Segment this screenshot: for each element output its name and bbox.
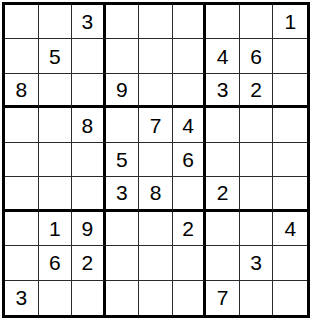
cell-r5c4[interactable]: 5 bbox=[106, 143, 140, 177]
cell-r4c8[interactable] bbox=[240, 108, 274, 142]
cell-r7c1[interactable] bbox=[5, 212, 39, 246]
cell-r2c9[interactable] bbox=[273, 39, 307, 73]
cell-r7c9[interactable]: 4 bbox=[273, 212, 307, 246]
cell-r4c3[interactable]: 8 bbox=[72, 108, 106, 142]
cell-r8c3[interactable]: 2 bbox=[72, 246, 106, 280]
sudoku-grid: 31546893287456382192462337 bbox=[5, 5, 307, 315]
cell-r2c5[interactable] bbox=[139, 39, 173, 73]
cell-r7c7[interactable] bbox=[206, 212, 240, 246]
cell-r7c5[interactable] bbox=[139, 212, 173, 246]
cell-r8c6[interactable] bbox=[173, 246, 207, 280]
cell-r5c5[interactable] bbox=[139, 143, 173, 177]
cell-r9c9[interactable] bbox=[273, 281, 307, 315]
cell-r4c6[interactable]: 4 bbox=[173, 108, 207, 142]
cell-r7c8[interactable] bbox=[240, 212, 274, 246]
cell-r8c7[interactable] bbox=[206, 246, 240, 280]
cell-r9c7[interactable]: 7 bbox=[206, 281, 240, 315]
cell-r1c1[interactable] bbox=[5, 5, 39, 39]
cell-r3c1[interactable]: 8 bbox=[5, 74, 39, 108]
cell-r7c4[interactable] bbox=[106, 212, 140, 246]
cell-r3c8[interactable]: 2 bbox=[240, 74, 274, 108]
cell-r5c8[interactable] bbox=[240, 143, 274, 177]
cell-r2c6[interactable] bbox=[173, 39, 207, 73]
cell-r2c1[interactable] bbox=[5, 39, 39, 73]
cell-r1c3[interactable]: 3 bbox=[72, 5, 106, 39]
cell-r7c2[interactable]: 1 bbox=[39, 212, 73, 246]
cell-r9c3[interactable] bbox=[72, 281, 106, 315]
cell-r3c3[interactable] bbox=[72, 74, 106, 108]
cell-r2c2[interactable]: 5 bbox=[39, 39, 73, 73]
cell-r1c5[interactable] bbox=[139, 5, 173, 39]
cell-r8c9[interactable] bbox=[273, 246, 307, 280]
cell-r6c2[interactable] bbox=[39, 177, 73, 211]
cell-r7c3[interactable]: 9 bbox=[72, 212, 106, 246]
cell-r6c9[interactable] bbox=[273, 177, 307, 211]
cell-r4c2[interactable] bbox=[39, 108, 73, 142]
cell-r8c4[interactable] bbox=[106, 246, 140, 280]
cell-r9c8[interactable] bbox=[240, 281, 274, 315]
sudoku-page: 31546893287456382192462337 bbox=[0, 0, 312, 320]
cell-r6c4[interactable]: 3 bbox=[106, 177, 140, 211]
cell-r1c4[interactable] bbox=[106, 5, 140, 39]
cell-r6c1[interactable] bbox=[5, 177, 39, 211]
cell-r3c4[interactable]: 9 bbox=[106, 74, 140, 108]
cell-r1c9[interactable]: 1 bbox=[273, 5, 307, 39]
cell-r1c7[interactable] bbox=[206, 5, 240, 39]
cell-r6c6[interactable] bbox=[173, 177, 207, 211]
cell-r4c5[interactable]: 7 bbox=[139, 108, 173, 142]
cell-r6c8[interactable] bbox=[240, 177, 274, 211]
cell-r8c1[interactable] bbox=[5, 246, 39, 280]
cell-r2c7[interactable]: 4 bbox=[206, 39, 240, 73]
cell-r3c9[interactable] bbox=[273, 74, 307, 108]
cell-r1c6[interactable] bbox=[173, 5, 207, 39]
cell-r3c7[interactable]: 3 bbox=[206, 74, 240, 108]
cell-r8c8[interactable]: 3 bbox=[240, 246, 274, 280]
cell-r5c3[interactable] bbox=[72, 143, 106, 177]
cell-r5c6[interactable]: 6 bbox=[173, 143, 207, 177]
cell-r9c1[interactable]: 3 bbox=[5, 281, 39, 315]
cell-r1c8[interactable] bbox=[240, 5, 274, 39]
cell-r6c3[interactable] bbox=[72, 177, 106, 211]
cell-r4c4[interactable] bbox=[106, 108, 140, 142]
cell-r6c7[interactable]: 2 bbox=[206, 177, 240, 211]
cell-r5c7[interactable] bbox=[206, 143, 240, 177]
cell-r3c5[interactable] bbox=[139, 74, 173, 108]
sudoku-board: 31546893287456382192462337 bbox=[2, 2, 310, 318]
cell-r3c2[interactable] bbox=[39, 74, 73, 108]
cell-r9c2[interactable] bbox=[39, 281, 73, 315]
cell-r5c9[interactable] bbox=[273, 143, 307, 177]
cell-r7c6[interactable]: 2 bbox=[173, 212, 207, 246]
cell-r1c2[interactable] bbox=[39, 5, 73, 39]
cell-r5c1[interactable] bbox=[5, 143, 39, 177]
cell-r5c2[interactable] bbox=[39, 143, 73, 177]
cell-r6c5[interactable]: 8 bbox=[139, 177, 173, 211]
cell-r2c4[interactable] bbox=[106, 39, 140, 73]
cell-r2c3[interactable] bbox=[72, 39, 106, 73]
cell-r4c1[interactable] bbox=[5, 108, 39, 142]
cell-r9c6[interactable] bbox=[173, 281, 207, 315]
cell-r2c8[interactable]: 6 bbox=[240, 39, 274, 73]
cell-r9c5[interactable] bbox=[139, 281, 173, 315]
cell-r8c2[interactable]: 6 bbox=[39, 246, 73, 280]
cell-r9c4[interactable] bbox=[106, 281, 140, 315]
cell-r8c5[interactable] bbox=[139, 246, 173, 280]
cell-r4c9[interactable] bbox=[273, 108, 307, 142]
cell-r3c6[interactable] bbox=[173, 74, 207, 108]
cell-r4c7[interactable] bbox=[206, 108, 240, 142]
